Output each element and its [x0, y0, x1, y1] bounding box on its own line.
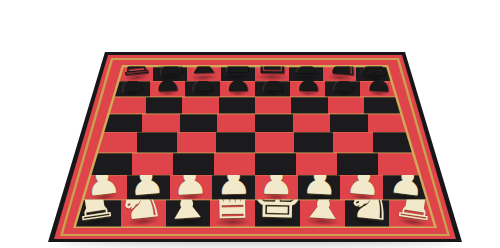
square-b1: ♞ — [121, 200, 166, 227]
square-b7: ♟ — [150, 81, 185, 97]
piece-black-rook-h8: ♜ — [355, 39, 395, 81]
rank-1: ♜♞♝♛♚♝♞♜ — [76, 200, 434, 227]
square-a2: ♟ — [84, 175, 127, 200]
square-f6 — [291, 97, 327, 114]
square-g2: ♟ — [340, 175, 383, 200]
square-f7: ♟ — [290, 81, 325, 97]
square-c8: ♝ — [187, 67, 221, 82]
black-queen-icon: ♛ — [215, 33, 260, 80]
square-d3 — [214, 153, 255, 176]
square-g6 — [328, 97, 364, 114]
square-g1: ♞ — [345, 200, 390, 227]
square-f2: ♟ — [298, 175, 341, 200]
square-e3 — [255, 153, 296, 176]
square-c3 — [173, 153, 214, 176]
square-h1: ♜ — [389, 200, 434, 227]
piece-black-knight-b8: ♞ — [148, 37, 190, 81]
square-d8: ♛ — [221, 67, 255, 82]
square-h5 — [368, 114, 406, 133]
square-b3 — [132, 153, 173, 176]
rank-3 — [91, 153, 418, 176]
square-h3 — [378, 153, 419, 176]
square-b8: ♞ — [153, 67, 187, 82]
square-e2: ♟ — [255, 175, 298, 200]
square-b6 — [146, 97, 182, 114]
black-knight-icon: ♞ — [148, 37, 190, 81]
square-g4 — [333, 132, 372, 153]
piece-black-rook-a8: ♜ — [114, 39, 154, 81]
rank-4 — [98, 132, 412, 153]
square-d6 — [219, 97, 255, 114]
square-c2: ♟ — [170, 175, 213, 200]
square-f3 — [296, 153, 337, 176]
piece-black-bishop-f8: ♝ — [286, 36, 328, 80]
square-c6 — [182, 97, 218, 114]
square-a3 — [91, 153, 132, 176]
square-b5 — [142, 114, 180, 133]
square-d5 — [217, 114, 255, 133]
square-e4 — [255, 132, 294, 153]
square-c1: ♝ — [166, 200, 211, 227]
square-g8: ♞ — [323, 67, 357, 82]
square-e5 — [255, 114, 293, 133]
square-g7: ♟ — [325, 81, 360, 97]
rank-5 — [104, 114, 405, 133]
chess-set-photo: ♜♞♝♛♚♝♞♜♟♟♟♟♟♟♟♟♟♟♟♟♟♟♟♟♜♞♝♛♚♝♞♜ — [0, 0, 500, 248]
square-a8: ♜ — [120, 67, 154, 82]
black-rook-icon: ♜ — [114, 39, 154, 81]
square-h8: ♜ — [356, 67, 390, 82]
rank-6 — [110, 97, 400, 114]
square-e8: ♚ — [255, 67, 289, 82]
square-a1: ♜ — [76, 200, 121, 227]
rank-2: ♟♟♟♟♟♟♟♟ — [84, 175, 426, 200]
square-h2: ♟ — [383, 175, 426, 200]
square-f1: ♝ — [300, 200, 345, 227]
square-h4 — [373, 132, 412, 153]
square-a7: ♟ — [115, 81, 150, 97]
square-f5 — [293, 114, 331, 133]
square-b4 — [137, 132, 176, 153]
black-bishop-icon: ♝ — [182, 36, 224, 80]
square-a6 — [110, 97, 146, 114]
rank-8: ♜♞♝♛♚♝♞♜ — [120, 67, 391, 82]
square-d7: ♟ — [220, 81, 255, 97]
square-g3 — [337, 153, 378, 176]
square-h6 — [364, 97, 400, 114]
rank-7: ♟♟♟♟♟♟♟♟ — [115, 81, 395, 97]
chess-board: ♜♞♝♛♚♝♞♜♟♟♟♟♟♟♟♟♟♟♟♟♟♟♟♟♜♞♝♛♚♝♞♜ — [0, 0, 500, 248]
black-rook-icon: ♜ — [355, 39, 395, 81]
square-e1: ♚ — [255, 200, 300, 227]
square-c4 — [177, 132, 216, 153]
square-b2: ♟ — [127, 175, 170, 200]
square-c7: ♟ — [185, 81, 220, 97]
square-a4 — [98, 132, 137, 153]
square-g5 — [330, 114, 368, 133]
square-h7: ♟ — [360, 81, 395, 97]
square-e6 — [255, 97, 291, 114]
square-d1: ♛ — [210, 200, 255, 227]
square-d4 — [216, 132, 255, 153]
square-c5 — [180, 114, 218, 133]
piece-black-bishop-c8: ♝ — [182, 36, 224, 80]
square-a5 — [104, 114, 142, 133]
square-f4 — [294, 132, 333, 153]
square-e7: ♟ — [255, 81, 290, 97]
square-f8: ♝ — [289, 67, 323, 82]
square-d2: ♟ — [212, 175, 255, 200]
black-bishop-icon: ♝ — [286, 36, 328, 80]
piece-black-queen-d8: ♛ — [215, 33, 260, 80]
